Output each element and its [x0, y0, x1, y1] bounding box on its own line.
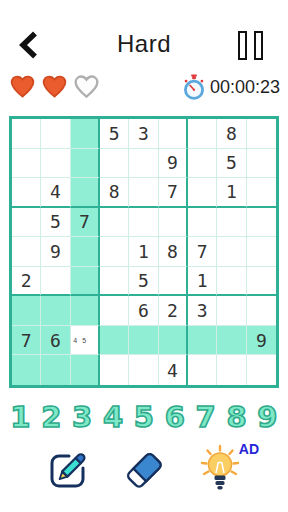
cell-r8c5[interactable]	[129, 326, 158, 356]
sudoku-board: 538954871579187251623764594	[9, 116, 279, 388]
cell-r2c1[interactable]	[12, 149, 41, 179]
pencil-edit-icon	[45, 447, 91, 493]
header: Hard	[0, 26, 288, 66]
numpad-9[interactable]: 9	[257, 399, 277, 435]
cell-r3c8[interactable]: 1	[217, 178, 246, 208]
lives-hearts	[8, 73, 101, 99]
cell-r5c5[interactable]: 1	[129, 237, 158, 267]
heart-filled-icon	[8, 73, 37, 99]
cell-r9c2[interactable]	[41, 355, 70, 385]
cell-r1c6[interactable]	[159, 119, 188, 149]
cell-r9c3[interactable]	[71, 355, 100, 385]
cell-r8c1[interactable]: 7	[12, 326, 41, 356]
timer: 00:00:23	[182, 74, 280, 101]
eraser-button[interactable]	[121, 444, 167, 498]
sudoku-app: Hard 00:00:23 53895487157918725162376459…	[0, 0, 288, 512]
cell-r6c1[interactable]: 2	[12, 267, 41, 297]
ad-badge: AD	[239, 441, 259, 457]
cell-r1c5[interactable]: 3	[129, 119, 158, 149]
cell-r3c6[interactable]: 7	[159, 178, 188, 208]
cell-r8c3[interactable]: 45	[71, 326, 100, 356]
cell-r9c4[interactable]	[100, 355, 129, 385]
cell-r4c6[interactable]	[159, 208, 188, 238]
cell-r4c1[interactable]	[12, 208, 41, 238]
cell-r8c6[interactable]	[159, 326, 188, 356]
number-pad: 123456789	[0, 399, 288, 435]
numpad-2[interactable]: 2	[41, 399, 61, 435]
cell-r3c2[interactable]: 4	[41, 178, 70, 208]
pause-icon	[238, 31, 247, 60]
cell-r7c5[interactable]: 6	[129, 296, 158, 326]
cell-r3c5[interactable]	[129, 178, 158, 208]
cell-r9c1[interactable]	[12, 355, 41, 385]
cell-r5c1[interactable]	[12, 237, 41, 267]
cell-r1c3[interactable]	[71, 119, 100, 149]
cell-r7c7[interactable]: 3	[188, 296, 217, 326]
cell-r2c8[interactable]: 5	[217, 149, 246, 179]
cell-r4c2[interactable]: 5	[41, 208, 70, 238]
cell-r3c9[interactable]	[247, 178, 276, 208]
note-digit: 4	[71, 335, 80, 345]
cell-r5c7[interactable]: 7	[188, 237, 217, 267]
cell-r2c9[interactable]	[247, 149, 276, 179]
cell-r1c2[interactable]	[41, 119, 70, 149]
toolbar: AD	[0, 444, 288, 498]
cell-r8c8[interactable]	[217, 326, 246, 356]
cell-r8c7[interactable]	[188, 326, 217, 356]
numpad-7[interactable]: 7	[196, 399, 216, 435]
cell-r9c6[interactable]: 4	[159, 355, 188, 385]
numpad-8[interactable]: 8	[226, 399, 246, 435]
pause-button[interactable]	[234, 31, 266, 61]
cell-r5c9[interactable]	[247, 237, 276, 267]
cell-r1c9[interactable]	[247, 119, 276, 149]
cell-r7c6[interactable]: 2	[159, 296, 188, 326]
cell-r5c3[interactable]	[71, 237, 100, 267]
cell-r1c4[interactable]: 5	[100, 119, 129, 149]
cell-r2c2[interactable]	[41, 149, 70, 179]
cell-r5c6[interactable]: 8	[159, 237, 188, 267]
notes-pencil-button[interactable]	[45, 444, 91, 498]
cell-r7c8[interactable]	[217, 296, 246, 326]
cell-r6c6[interactable]	[159, 267, 188, 297]
cell-r1c1[interactable]	[12, 119, 41, 149]
cell-r3c1[interactable]	[12, 178, 41, 208]
cell-r2c7[interactable]	[188, 149, 217, 179]
cell-r1c8[interactable]: 8	[217, 119, 246, 149]
heart-empty-icon	[72, 73, 101, 99]
cell-r7c4[interactable]	[100, 296, 129, 326]
cell-r6c9[interactable]	[247, 267, 276, 297]
cell-r4c7[interactable]	[188, 208, 217, 238]
cell-r4c9[interactable]	[247, 208, 276, 238]
cell-r2c3[interactable]	[71, 149, 100, 179]
cell-r6c7[interactable]: 1	[188, 267, 217, 297]
cell-r8c9[interactable]: 9	[247, 326, 276, 356]
cell-r3c4[interactable]: 8	[100, 178, 129, 208]
cell-r9c7[interactable]	[188, 355, 217, 385]
cell-r6c2[interactable]	[41, 267, 70, 297]
cell-r8c2[interactable]: 6	[41, 326, 70, 356]
heart-filled-icon	[40, 73, 69, 99]
cell-r5c8[interactable]	[217, 237, 246, 267]
cell-r2c4[interactable]	[100, 149, 129, 179]
cell-r9c8[interactable]	[217, 355, 246, 385]
cell-r3c7[interactable]	[188, 178, 217, 208]
eraser-icon	[121, 447, 167, 493]
cell-r4c3[interactable]: 7	[71, 208, 100, 238]
cell-r2c6[interactable]: 9	[159, 149, 188, 179]
cell-r9c5[interactable]	[129, 355, 158, 385]
cell-r4c5[interactable]	[129, 208, 158, 238]
cell-r7c2[interactable]	[41, 296, 70, 326]
cell-r4c8[interactable]	[217, 208, 246, 238]
cell-r7c9[interactable]	[247, 296, 276, 326]
stopwatch-icon	[182, 74, 206, 101]
cell-r1c7[interactable]	[188, 119, 217, 149]
numpad-1[interactable]: 1	[10, 399, 30, 435]
cell-r5c4[interactable]	[100, 237, 129, 267]
cell-r8c4[interactable]	[100, 326, 129, 356]
cell-r9c9[interactable]	[247, 355, 276, 385]
cell-r6c4[interactable]	[100, 267, 129, 297]
cell-r6c5[interactable]: 5	[129, 267, 158, 297]
status-bar: 00:00:23	[0, 73, 288, 103]
pencil-notes: 45	[71, 326, 98, 355]
numpad-3[interactable]: 3	[72, 399, 92, 435]
hint-button[interactable]: AD	[197, 444, 243, 498]
numpad-6[interactable]: 6	[165, 399, 185, 435]
cell-r6c3[interactable]	[71, 267, 100, 297]
numpad-4[interactable]: 4	[103, 399, 123, 435]
numpad-5[interactable]: 5	[134, 399, 154, 435]
timer-value: 00:00:23	[210, 77, 280, 98]
cell-r2c5[interactable]	[129, 149, 158, 179]
cell-r6c8[interactable]	[217, 267, 246, 297]
lightbulb-hint-icon	[197, 444, 243, 496]
cell-r3c3[interactable]	[71, 178, 100, 208]
cell-r5c2[interactable]: 9	[41, 237, 70, 267]
cell-r4c4[interactable]	[100, 208, 129, 238]
note-digit: 5	[80, 335, 89, 345]
cell-r7c1[interactable]	[12, 296, 41, 326]
pause-icon	[254, 31, 263, 60]
cell-r7c3[interactable]	[71, 296, 100, 326]
